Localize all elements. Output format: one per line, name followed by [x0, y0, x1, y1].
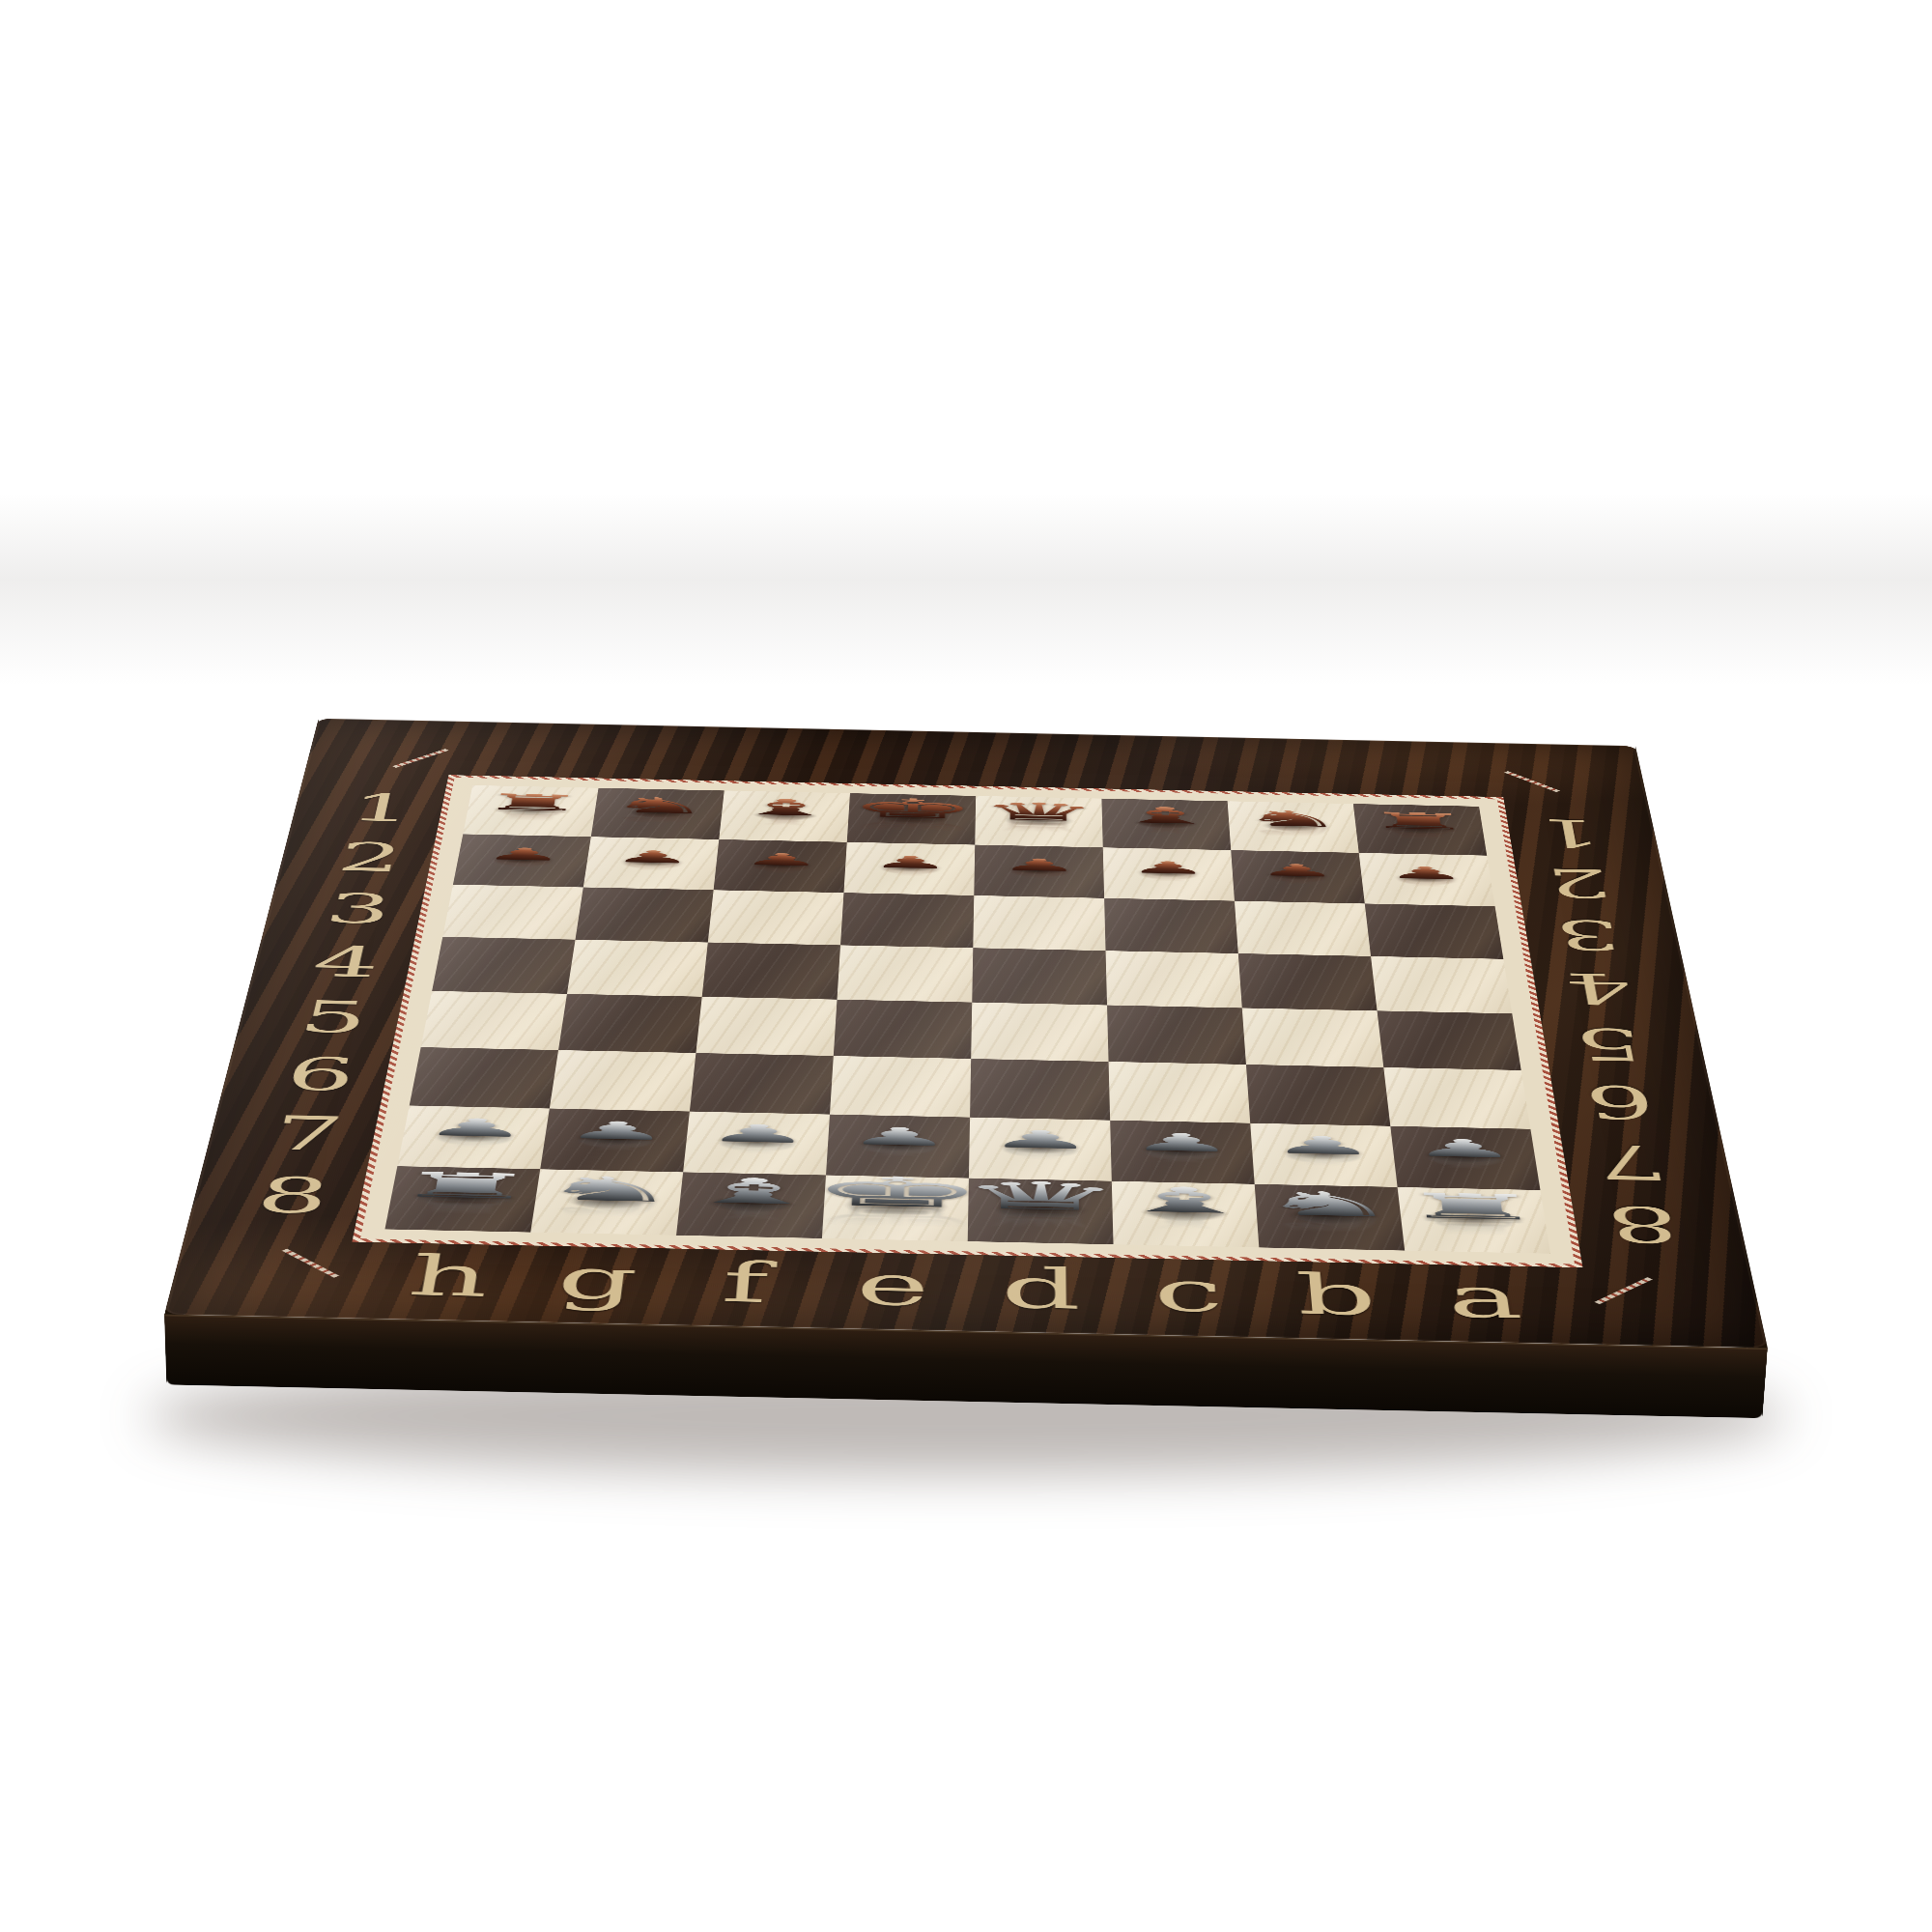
file-label-c: c	[1152, 1264, 1225, 1321]
file-label-f: f	[720, 1254, 770, 1310]
rank-label-right-1: 1	[1534, 813, 1604, 853]
board-wood-border: 1234567812345678hgfedcba	[164, 719, 1768, 1349]
rank-label-right-8: 8	[1604, 1199, 1684, 1249]
rank-label-right-3: 3	[1552, 914, 1625, 956]
rank-label-right-4: 4	[1562, 966, 1636, 1009]
rank-label-left-2: 2	[334, 838, 407, 878]
file-label-g: g	[554, 1251, 640, 1308]
chess-board: 1234567812345678hgfedcba ♜♜♞♞♝♝♛♛♚♚♝♝♞♞♜…	[164, 719, 1768, 1349]
file-label-b: b	[1294, 1266, 1378, 1323]
rank-label-left-7: 7	[267, 1110, 347, 1158]
rank-label-right-2: 2	[1543, 863, 1614, 903]
rank-label-left-1: 1	[346, 788, 417, 827]
rank-label-right-5: 5	[1572, 1021, 1647, 1066]
rank-label-left-4: 4	[309, 940, 384, 983]
rank-label-left-6: 6	[281, 1051, 359, 1097]
file-label-d: d	[1001, 1260, 1081, 1317]
chess-set-product-photo: 1234567812345678hgfedcba ♜♜♞♞♝♝♛♛♚♚♝♝♞♞♜…	[0, 0, 1932, 1932]
scene: 1234567812345678hgfedcba ♜♜♞♞♝♝♛♛♚♚♝♝♞♞♜…	[0, 0, 1932, 1932]
rank-label-left-3: 3	[322, 888, 396, 929]
file-label-a: a	[1443, 1269, 1524, 1326]
rank-label-left-5: 5	[296, 995, 373, 1039]
rank-label-left-8: 8	[252, 1171, 334, 1221]
rank-label-right-6: 6	[1581, 1078, 1659, 1125]
rank-label-right-7: 7	[1592, 1137, 1670, 1185]
file-label-e: e	[855, 1257, 930, 1314]
coordinates-layer: 1234567812345678hgfedcba	[164, 719, 1768, 1349]
file-label-h: h	[405, 1248, 495, 1305]
